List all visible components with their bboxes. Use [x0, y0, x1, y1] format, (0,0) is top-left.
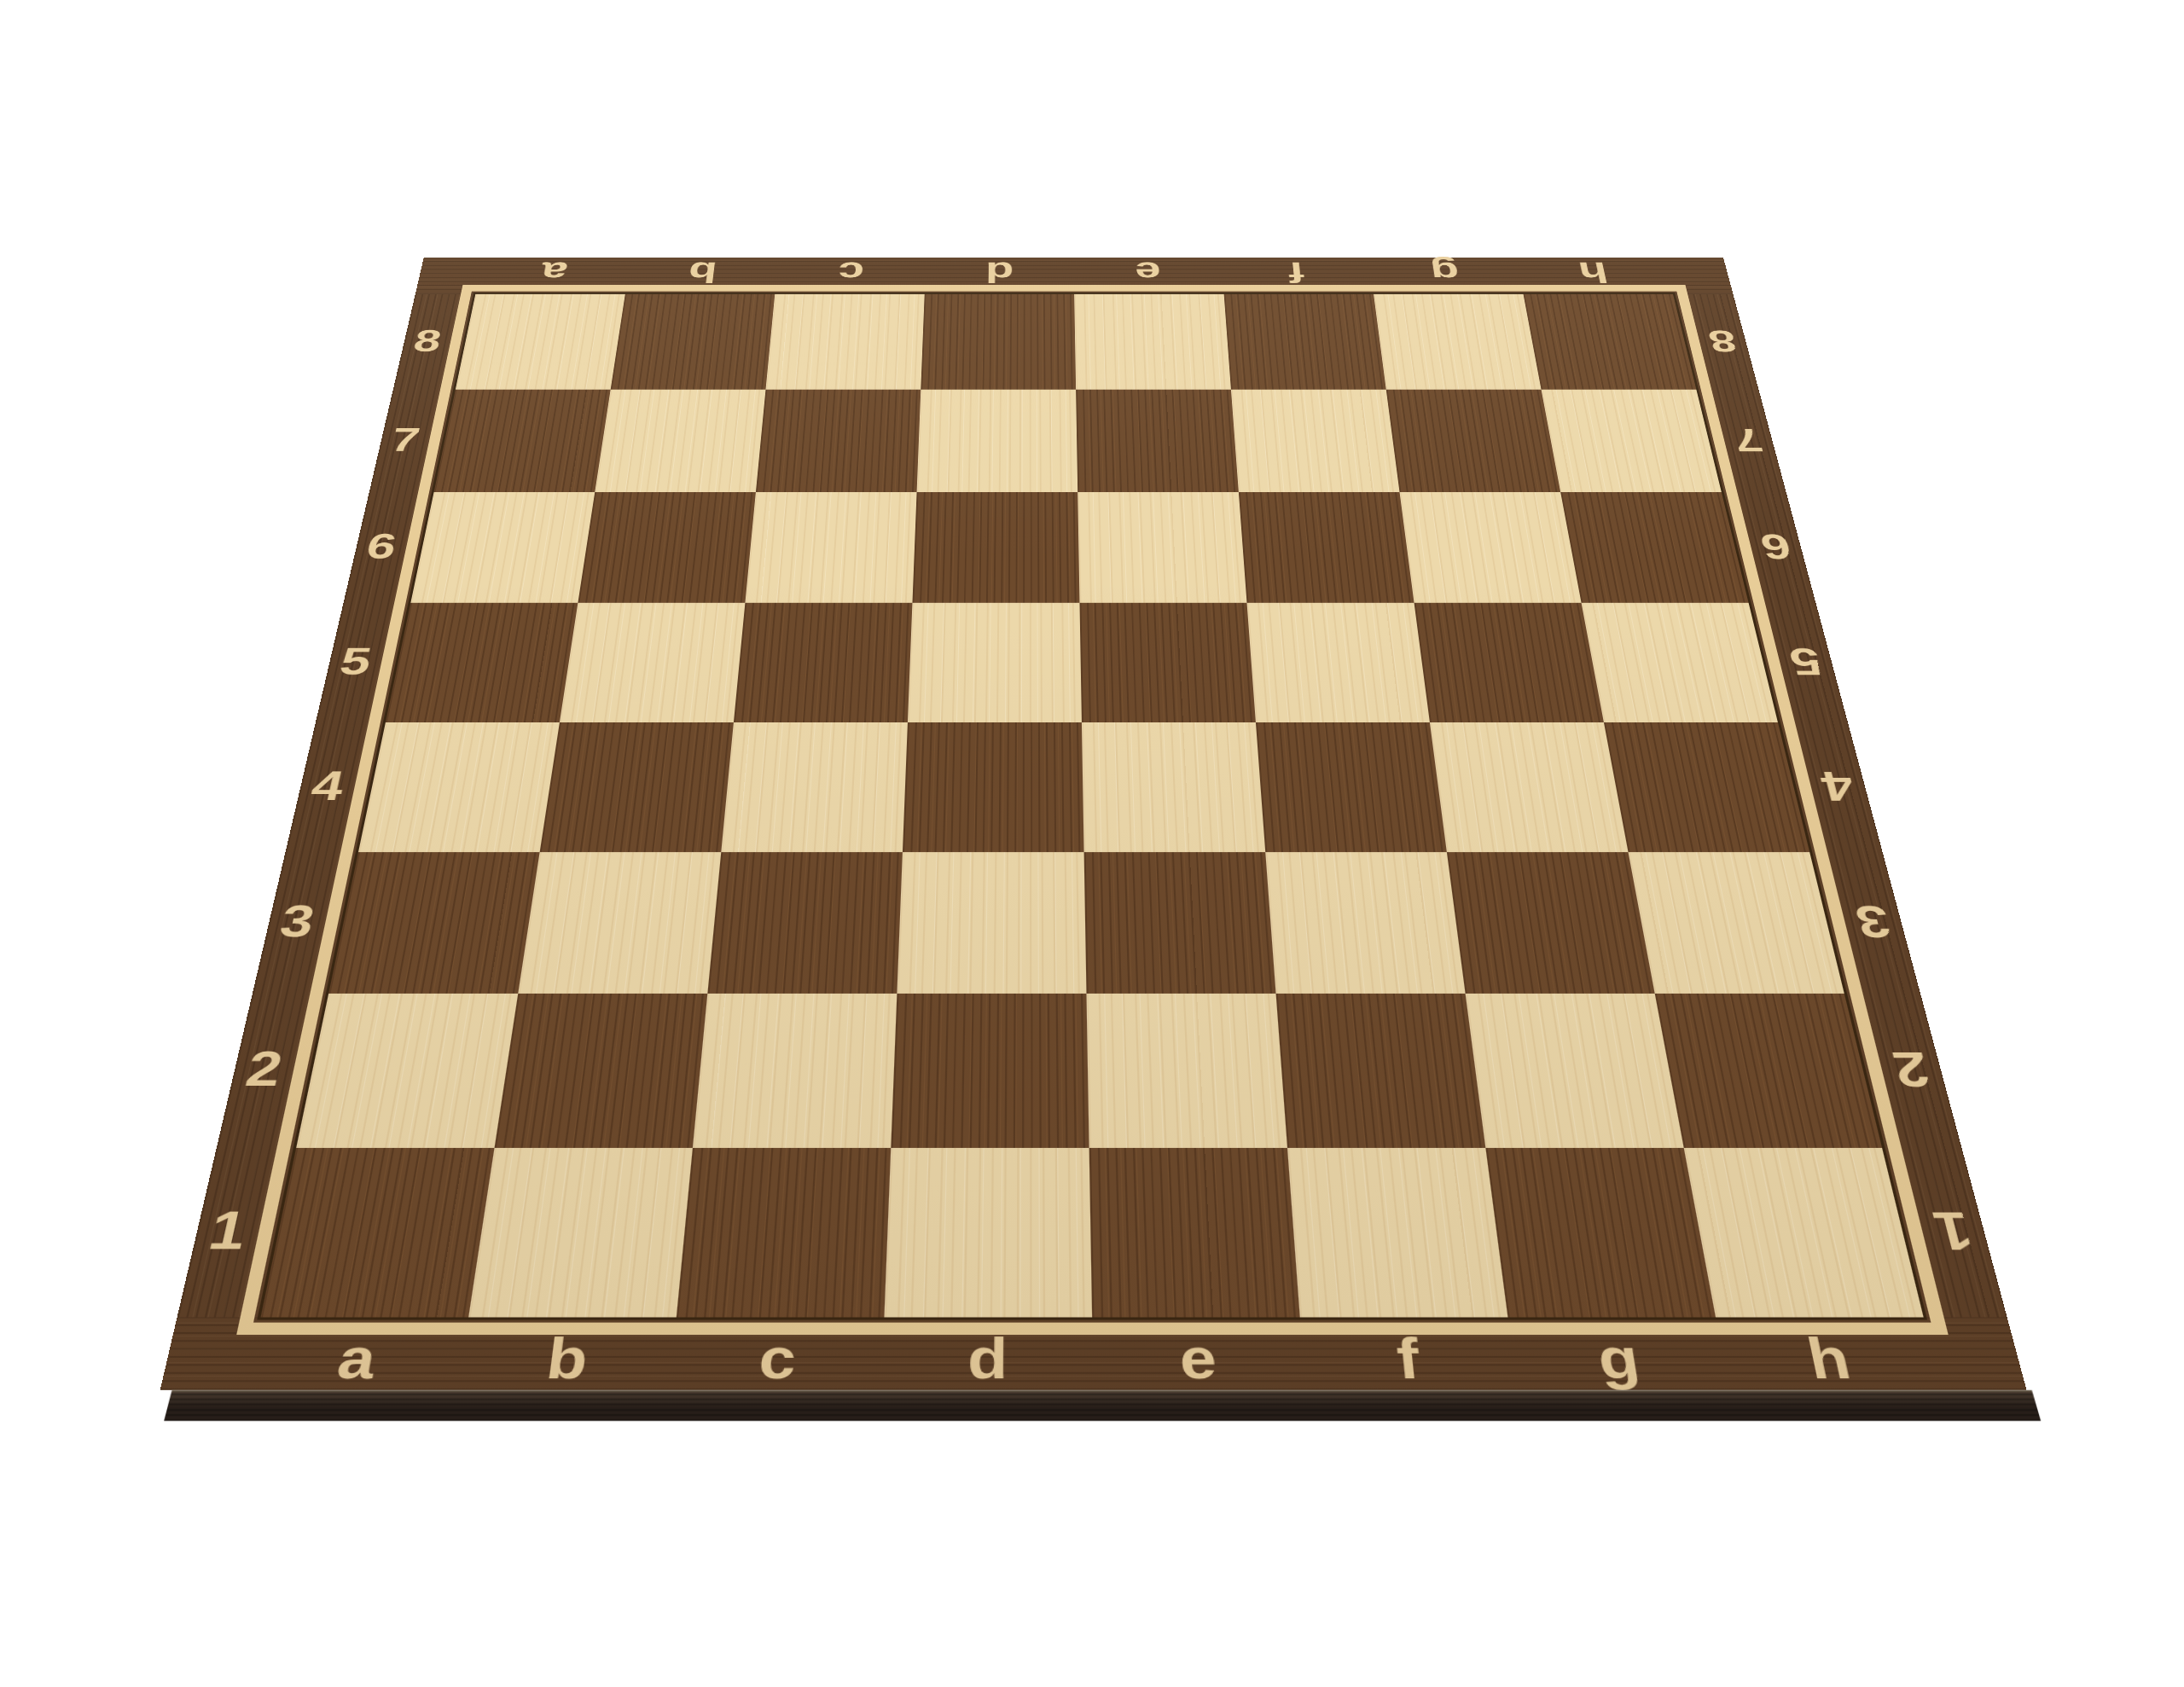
square-f7[interactable]: [1231, 390, 1400, 492]
square-f3[interactable]: [1265, 852, 1465, 994]
square-b2[interactable]: [495, 994, 708, 1148]
square-d3[interactable]: [897, 852, 1086, 994]
square-d8[interactable]: [921, 294, 1076, 390]
square-h2[interactable]: [1655, 994, 1882, 1148]
square-h4[interactable]: [1604, 722, 1809, 852]
chess-board: abcdefgh abcdefgh 87654321 87654321: [160, 258, 2027, 1390]
file-labels-bottom: abcdefgh: [247, 1333, 1940, 1385]
square-e7[interactable]: [1076, 390, 1239, 492]
square-g8[interactable]: [1374, 294, 1541, 390]
square-b3[interactable]: [518, 852, 721, 994]
square-h6[interactable]: [1560, 492, 1748, 603]
file-label-bottom-h: h: [1719, 1333, 1941, 1385]
square-d1[interactable]: [884, 1148, 1092, 1318]
file-label-top-c: c: [775, 259, 926, 285]
square-a2[interactable]: [296, 994, 518, 1148]
square-b7[interactable]: [595, 390, 765, 492]
square-f8[interactable]: [1224, 294, 1386, 390]
square-b1[interactable]: [468, 1148, 693, 1318]
square-e5[interactable]: [1079, 603, 1255, 722]
square-b6[interactable]: [578, 492, 756, 603]
square-h1[interactable]: [1684, 1148, 1924, 1318]
square-d5[interactable]: [908, 603, 1082, 722]
square-g7[interactable]: [1386, 390, 1560, 492]
square-h5[interactable]: [1582, 603, 1778, 722]
square-b4[interactable]: [540, 722, 734, 852]
square-c4[interactable]: [721, 722, 908, 852]
square-g2[interactable]: [1466, 994, 1684, 1148]
board-perspective-wrapper: abcdefgh abcdefgh 87654321 87654321: [0, 0, 2184, 1687]
photo-background: abcdefgh abcdefgh 87654321 87654321: [0, 0, 2184, 1687]
file-label-top-a: a: [478, 259, 630, 285]
file-label-bottom-c: c: [670, 1333, 884, 1385]
square-d6[interactable]: [912, 492, 1079, 603]
square-f6[interactable]: [1239, 492, 1414, 603]
square-g4[interactable]: [1430, 722, 1629, 852]
square-c1[interactable]: [677, 1148, 891, 1318]
file-label-top-f: f: [1222, 259, 1373, 285]
file-label-bottom-d: d: [881, 1333, 1093, 1385]
square-d2[interactable]: [891, 994, 1089, 1148]
file-label-bottom-a: a: [247, 1333, 466, 1385]
file-label-top-b: b: [626, 259, 778, 285]
square-c2[interactable]: [693, 994, 897, 1148]
square-a3[interactable]: [328, 852, 539, 994]
square-d7[interactable]: [917, 390, 1078, 492]
square-h7[interactable]: [1542, 390, 1722, 492]
square-a5[interactable]: [386, 603, 578, 722]
file-label-bottom-f: f: [1301, 1333, 1517, 1385]
square-f1[interactable]: [1287, 1148, 1507, 1318]
square-e8[interactable]: [1074, 294, 1231, 390]
square-c3[interactable]: [707, 852, 903, 994]
square-h8[interactable]: [1523, 294, 1696, 390]
square-b8[interactable]: [611, 294, 775, 390]
square-e2[interactable]: [1086, 994, 1287, 1148]
file-label-top-e: e: [1073, 259, 1223, 285]
square-d4[interactable]: [903, 722, 1084, 852]
square-e1[interactable]: [1089, 1148, 1300, 1318]
square-a6[interactable]: [410, 492, 595, 603]
square-c5[interactable]: [734, 603, 913, 722]
square-f5[interactable]: [1246, 603, 1429, 722]
square-c6[interactable]: [745, 492, 916, 603]
square-g6[interactable]: [1400, 492, 1582, 603]
square-a4[interactable]: [358, 722, 560, 852]
file-label-bottom-g: g: [1510, 1333, 1728, 1385]
file-label-bottom-b: b: [458, 1333, 675, 1385]
square-g5[interactable]: [1414, 603, 1604, 722]
square-h3[interactable]: [1629, 852, 1844, 994]
board-front-edge: [164, 1390, 2042, 1421]
square-e4[interactable]: [1082, 722, 1265, 852]
file-label-bottom-e: e: [1092, 1333, 1304, 1385]
square-c7[interactable]: [756, 390, 921, 492]
square-f2[interactable]: [1276, 994, 1486, 1148]
file-label-top-g: g: [1369, 259, 1522, 285]
square-a8[interactable]: [456, 294, 625, 390]
square-g1[interactable]: [1485, 1148, 1716, 1318]
file-labels-top: abcdefgh: [478, 259, 1671, 285]
squares-grid: [260, 294, 1923, 1318]
square-e6[interactable]: [1077, 492, 1246, 603]
square-f4[interactable]: [1256, 722, 1447, 852]
file-label-top-d: d: [925, 259, 1074, 285]
square-a1[interactable]: [260, 1148, 494, 1318]
file-label-top-h: h: [1517, 259, 1671, 285]
square-b5[interactable]: [560, 603, 746, 722]
square-e3[interactable]: [1084, 852, 1276, 994]
square-c8[interactable]: [765, 294, 924, 390]
square-g3[interactable]: [1447, 852, 1655, 994]
square-a7[interactable]: [434, 390, 611, 492]
